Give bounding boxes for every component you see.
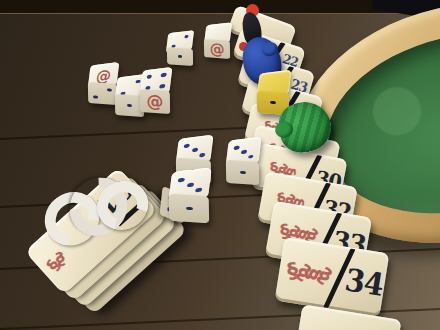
die-front-face (88, 82, 117, 105)
worm-die[interactable]: @ (139, 69, 173, 113)
table-scene: § 22 § 23 § §§ §§ §§§ 30 §§§ 32 §§§§ 33 … (0, 0, 440, 330)
worm-die[interactable] (168, 170, 214, 222)
die-front-face (169, 194, 210, 224)
worm-die[interactable] (225, 139, 263, 184)
worm-die[interactable] (166, 32, 195, 65)
worm-die[interactable]: @ (203, 24, 233, 58)
die-front-face: @ (140, 89, 170, 114)
die-front-face: @ (203, 39, 230, 59)
die-front-face (226, 159, 260, 185)
die-front-face (166, 47, 192, 66)
grill-tile-34[interactable]: §§§§ 34 (275, 237, 390, 317)
